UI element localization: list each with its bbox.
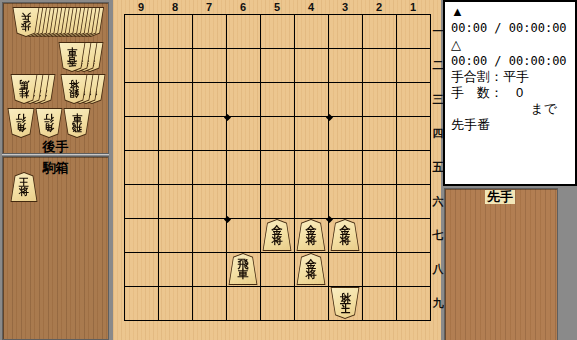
shogi-piece-金将[interactable]: 金将 xyxy=(330,219,360,251)
game-info-panel: ▲ 00:00 / 00:00:00 △ 00:00 / 00:00:00 手合… xyxy=(443,0,577,186)
gote-clock: 00:00 / 00:00:00 xyxy=(451,53,575,69)
gote-hand-tray: 後手 歩兵歩兵歩兵歩兵歩兵歩兵歩兵歩兵歩兵歩兵歩兵歩兵歩兵歩兵歩兵歩兵歩兵歩兵香… xyxy=(2,2,109,154)
board-piece-layer: 金将金将金将飛車金将玉将 xyxy=(124,14,431,321)
turn-indicator: 先手番 xyxy=(451,117,575,133)
file-label: 5 xyxy=(260,1,294,13)
rank-label: 七 xyxy=(432,228,444,242)
file-label: 3 xyxy=(328,1,362,13)
made-text: まで xyxy=(451,101,575,117)
shogi-piece-金将[interactable]: 金将 xyxy=(296,253,326,285)
rank-label: 九 xyxy=(432,296,444,310)
file-label: 2 xyxy=(362,1,396,13)
file-label: 6 xyxy=(226,1,260,13)
shogi-piece-飛車[interactable]: 飛車 xyxy=(63,108,91,138)
file-label: 1 xyxy=(396,1,430,13)
rank-label: 六 xyxy=(432,194,444,208)
shogi-piece-角行[interactable]: 角行 xyxy=(7,108,35,138)
file-label: 8 xyxy=(158,1,192,13)
shogi-piece-角行[interactable]: 角行 xyxy=(35,108,63,138)
file-label: 9 xyxy=(124,1,158,13)
shogi-piece-金将[interactable]: 金将 xyxy=(262,219,292,251)
sente-clock: 00:00 / 00:00:00 xyxy=(451,20,575,36)
sente-marker-icon: ▲ xyxy=(451,3,575,20)
sente-label: 先手 xyxy=(485,190,515,204)
shogi-piece-玉将[interactable]: 玉将 xyxy=(330,287,360,319)
sente-hand-tray: 先手 xyxy=(444,188,558,340)
file-label: 7 xyxy=(192,1,226,13)
shogi-board: 金将金将金将飛車金将玉将 987654321一二三四五六七八九 xyxy=(113,0,441,340)
shogi-piece-金将[interactable]: 金将 xyxy=(296,219,326,251)
gote-label: 後手 xyxy=(3,138,108,156)
move-count-text: 手 数： 0 xyxy=(451,85,575,101)
rank-label: 八 xyxy=(432,262,444,276)
handicap-text: 手合割：平手 xyxy=(451,69,575,85)
piece-box-tray: 駒箱 王将 xyxy=(2,156,109,340)
shogi-app-window: { "game": "shogi", "app_state": "positio… xyxy=(0,0,577,340)
shogi-piece-飛車[interactable]: 飛車 xyxy=(228,253,258,285)
gote-marker-icon: △ xyxy=(451,36,575,53)
file-label: 4 xyxy=(294,1,328,13)
